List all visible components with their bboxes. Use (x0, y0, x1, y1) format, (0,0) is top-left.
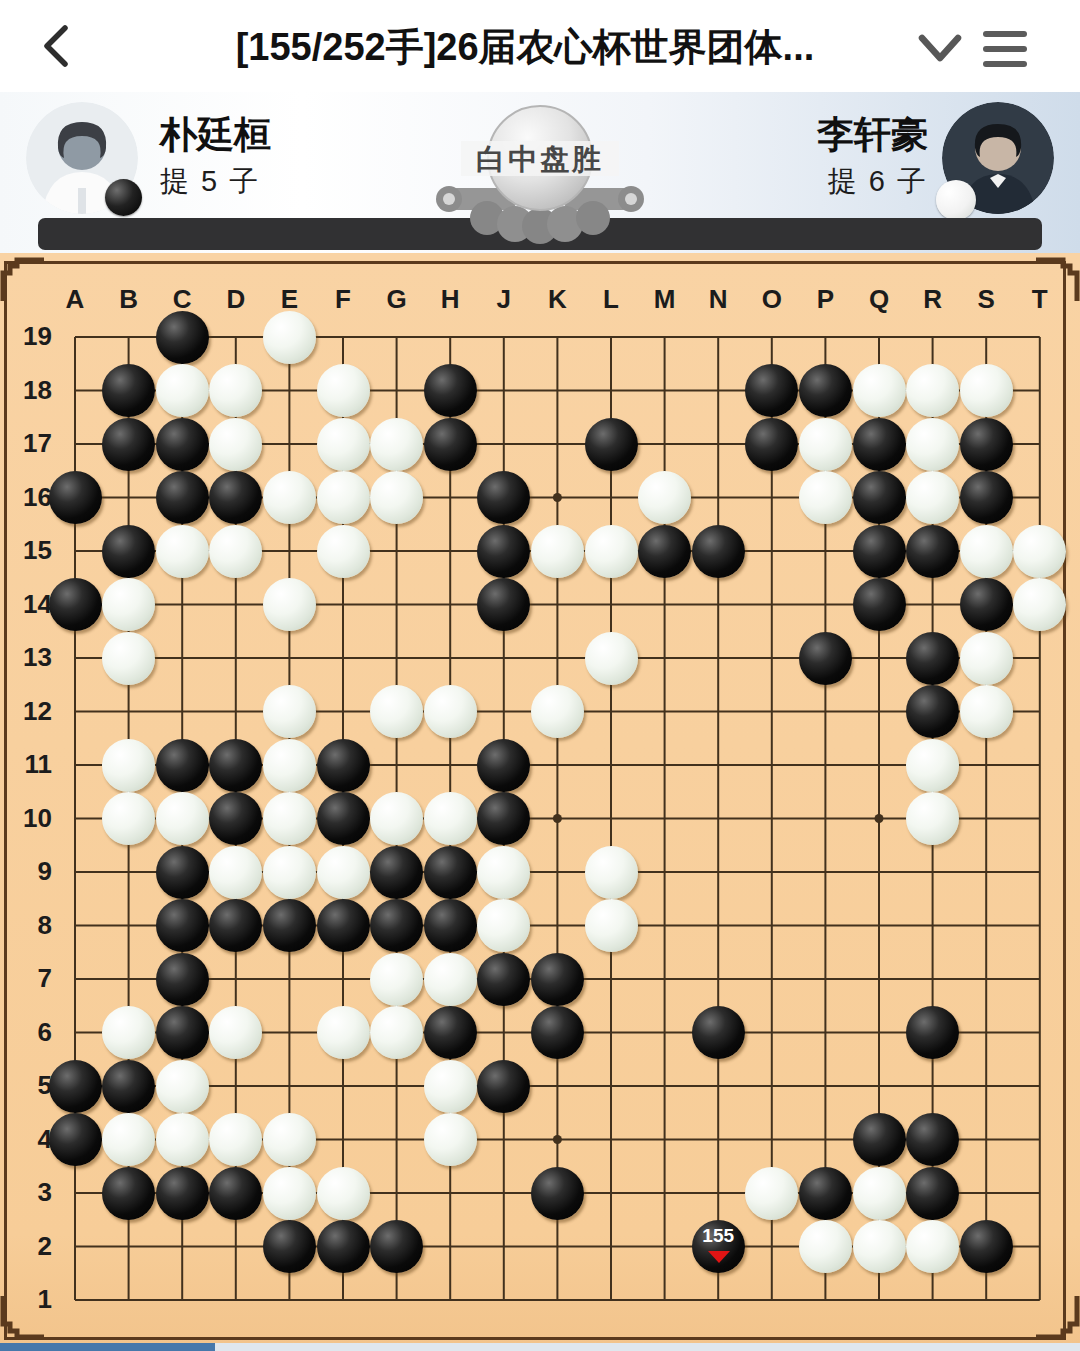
black-stone (692, 1006, 745, 1059)
row-label: 6 (0, 1017, 52, 1048)
replay-progress-fill (0, 1343, 215, 1351)
black-stone (960, 578, 1013, 631)
replay-progress-bar[interactable] (0, 1343, 1080, 1351)
row-label: 9 (0, 856, 52, 887)
white-stone (531, 525, 584, 578)
row-label: 11 (0, 749, 52, 780)
black-stone (156, 471, 209, 524)
top-bar: [155/252手]26届农心杯世界团体... (0, 0, 1080, 92)
white-stone (317, 846, 370, 899)
white-stone (209, 525, 262, 578)
row-label: 16 (0, 482, 52, 513)
row-label: 10 (0, 803, 52, 834)
black-stone-badge (105, 179, 142, 216)
white-stone (156, 1113, 209, 1166)
column-label: R (911, 284, 955, 315)
white-stone (370, 792, 423, 845)
white-stone (102, 1113, 155, 1166)
black-stone (209, 899, 262, 952)
white-stone (906, 418, 959, 471)
black-stone (906, 1167, 959, 1220)
white-player-avatar (942, 102, 1054, 214)
black-stone (263, 1220, 316, 1273)
go-replay-app: { "game": "go", "title_bar": { "title": … (0, 0, 1080, 1351)
black-stone (370, 1220, 423, 1273)
black-stone (370, 899, 423, 952)
white-stone (745, 1167, 798, 1220)
black-stone (156, 1006, 209, 1059)
white-player-name: 李轩豪 (817, 110, 928, 160)
black-stone (156, 739, 209, 792)
black-player-captures: 提 5 子 (160, 162, 260, 202)
last-move-arrow-icon (708, 1251, 730, 1263)
black-stone (906, 685, 959, 738)
black-stone (853, 471, 906, 524)
menu-icon[interactable] (980, 26, 1030, 70)
black-stone (102, 1167, 155, 1220)
white-stone (263, 846, 316, 899)
white-stone (102, 632, 155, 685)
white-stone (263, 578, 316, 631)
black-player-avatar (26, 102, 138, 214)
black-stone (853, 1113, 906, 1166)
white-stone (477, 846, 530, 899)
white-stone (263, 471, 316, 524)
white-stone (370, 471, 423, 524)
column-label: S (964, 284, 1008, 315)
black-stone (317, 739, 370, 792)
column-label: K (535, 284, 579, 315)
column-label: O (750, 284, 794, 315)
black-stone (477, 1060, 530, 1113)
column-label: J (482, 284, 526, 315)
white-stone (209, 418, 262, 471)
black-stone (745, 364, 798, 417)
white-stone (424, 1113, 477, 1166)
black-stone (102, 1060, 155, 1113)
row-label: 7 (0, 963, 52, 994)
white-stone (209, 364, 262, 417)
column-label: N (696, 284, 740, 315)
white-stone (209, 1113, 262, 1166)
white-stone (531, 685, 584, 738)
black-stone (102, 525, 155, 578)
white-stone (424, 685, 477, 738)
column-label: P (803, 284, 847, 315)
black-stone (156, 418, 209, 471)
black-stone (102, 418, 155, 471)
white-stone (1013, 525, 1066, 578)
black-stone (853, 418, 906, 471)
black-stone (531, 1006, 584, 1059)
black-stone (156, 846, 209, 899)
white-stone (906, 739, 959, 792)
white-stone (370, 685, 423, 738)
black-stone (906, 1113, 959, 1166)
black-stone (209, 739, 262, 792)
row-label: 13 (0, 642, 52, 673)
page-title: [155/252手]26届农心杯世界团体... (120, 24, 930, 70)
white-stone (156, 364, 209, 417)
go-board[interactable]: ABCDEFGHJKLMNOPQRST191817161514131211109… (0, 253, 1080, 1343)
row-label: 14 (0, 589, 52, 620)
black-stone (424, 846, 477, 899)
white-stone (424, 792, 477, 845)
black-stone (853, 578, 906, 631)
row-label: 4 (0, 1124, 52, 1155)
white-stone (102, 578, 155, 631)
white-stone (263, 685, 316, 738)
black-stone (156, 953, 209, 1006)
row-label: 12 (0, 696, 52, 727)
black-stone (960, 471, 1013, 524)
black-stone (585, 418, 638, 471)
white-stone (102, 792, 155, 845)
white-stone (156, 525, 209, 578)
white-player-captures: 提 6 子 (828, 162, 928, 202)
white-stone (102, 1006, 155, 1059)
white-stone (799, 1220, 852, 1273)
black-stone (317, 899, 370, 952)
white-stone (424, 1060, 477, 1113)
black-stone (799, 364, 852, 417)
black-stone (906, 632, 959, 685)
black-player-name: 朴廷桓 (160, 110, 271, 160)
row-label: 2 (0, 1231, 52, 1262)
black-stone (156, 1167, 209, 1220)
column-label: G (375, 284, 419, 315)
black-stone (156, 899, 209, 952)
white-stone (317, 525, 370, 578)
result-text: 白中盘胜 (476, 143, 604, 175)
black-stone (49, 578, 102, 631)
white-stone (906, 471, 959, 524)
white-stone (424, 953, 477, 1006)
white-stone (585, 899, 638, 952)
white-stone (960, 632, 1013, 685)
white-stone (906, 1220, 959, 1273)
white-stone (906, 364, 959, 417)
white-stone (638, 471, 691, 524)
white-stone (317, 364, 370, 417)
black-stone (692, 525, 745, 578)
white-stone (156, 1060, 209, 1113)
black-stone (317, 792, 370, 845)
white-stone (317, 471, 370, 524)
row-label: 17 (0, 428, 52, 459)
result-medallion: 白中盘胜 (425, 96, 655, 248)
black-stone (49, 1113, 102, 1166)
black-stone (317, 1220, 370, 1273)
black-stone (960, 1220, 1013, 1273)
back-icon[interactable] (34, 22, 82, 70)
white-stone (853, 364, 906, 417)
row-label: 5 (0, 1070, 52, 1101)
white-stone (370, 1006, 423, 1059)
black-stone (477, 525, 530, 578)
white-stone (585, 632, 638, 685)
white-stone (1013, 578, 1066, 631)
black-stone (477, 792, 530, 845)
column-label: Q (857, 284, 901, 315)
column-label: A (53, 284, 97, 315)
black-stone (424, 1006, 477, 1059)
black-stone (531, 953, 584, 1006)
white-stone (263, 311, 316, 364)
white-stone-badge (936, 180, 976, 220)
white-stone (317, 418, 370, 471)
black-stone (477, 471, 530, 524)
column-label: L (589, 284, 633, 315)
white-stone (477, 899, 530, 952)
black-stone (424, 418, 477, 471)
white-stone (799, 418, 852, 471)
row-label: 3 (0, 1177, 52, 1208)
black-stone (531, 1167, 584, 1220)
white-stone (585, 525, 638, 578)
row-label: 8 (0, 910, 52, 941)
black-stone (209, 1167, 262, 1220)
column-label: H (428, 284, 472, 315)
last-move-marker: 155 (692, 1220, 745, 1273)
white-stone (317, 1006, 370, 1059)
white-stone (263, 1113, 316, 1166)
white-stone (209, 846, 262, 899)
black-stone (477, 739, 530, 792)
black-stone (906, 1006, 959, 1059)
column-label: B (107, 284, 151, 315)
white-stone (102, 739, 155, 792)
row-label: 19 (0, 321, 52, 352)
black-stone (745, 418, 798, 471)
black-stone (49, 1060, 102, 1113)
black-stone (853, 525, 906, 578)
black-stone (799, 1167, 852, 1220)
column-label: F (321, 284, 365, 315)
white-stone (960, 364, 1013, 417)
black-stone (799, 632, 852, 685)
white-stone (799, 471, 852, 524)
black-stone (424, 899, 477, 952)
white-stone (853, 1220, 906, 1273)
white-stone (906, 792, 959, 845)
white-stone (585, 846, 638, 899)
black-stone (960, 418, 1013, 471)
chevron-down-icon[interactable] (912, 26, 968, 70)
white-stone (156, 792, 209, 845)
black-stone (638, 525, 691, 578)
black-stone (424, 364, 477, 417)
white-stone (263, 1167, 316, 1220)
black-stone (49, 471, 102, 524)
black-stone (370, 846, 423, 899)
black-stone (102, 364, 155, 417)
row-label: 18 (0, 375, 52, 406)
white-stone (317, 1167, 370, 1220)
black-stone (209, 792, 262, 845)
white-stone (370, 418, 423, 471)
white-stone (853, 1167, 906, 1220)
white-stone (263, 792, 316, 845)
white-stone (209, 1006, 262, 1059)
black-stone (477, 578, 530, 631)
white-stone (263, 739, 316, 792)
white-stone (370, 953, 423, 1006)
black-stone (906, 525, 959, 578)
last-move-number: 155 (692, 1225, 745, 1247)
black-stone (156, 311, 209, 364)
black-stone (209, 471, 262, 524)
column-label: M (643, 284, 687, 315)
black-stone (263, 899, 316, 952)
column-label: D (214, 284, 258, 315)
row-label: 15 (0, 535, 52, 566)
white-stone (960, 525, 1013, 578)
black-stone (477, 953, 530, 1006)
white-stone (960, 685, 1013, 738)
